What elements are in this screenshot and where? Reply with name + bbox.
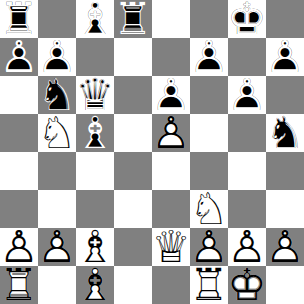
- square-e1[interactable]: [152, 266, 190, 304]
- white-knight-outline-icon: ♘: [190, 190, 228, 228]
- white-pawn-icon: ♟: [0, 228, 38, 266]
- piece-white-knight[interactable]: ♞♘: [38, 114, 76, 152]
- piece-black-pawn[interactable]: ♟♙: [38, 38, 76, 76]
- black-knight-outline-icon: ♘: [266, 114, 304, 152]
- white-rook-icon: ♜: [0, 266, 38, 304]
- black-pawn-icon: ♟: [266, 38, 304, 76]
- black-pawn-icon: ♟: [38, 38, 76, 76]
- square-e5[interactable]: ♟♙: [152, 114, 190, 152]
- square-d3[interactable]: [114, 190, 152, 228]
- white-pawn-icon: ♟: [228, 228, 266, 266]
- square-f7[interactable]: ♟♙: [190, 38, 228, 76]
- white-rook-outline-icon: ♖: [190, 266, 228, 304]
- black-queen-outline-icon: ♕: [76, 76, 114, 114]
- piece-black-bishop[interactable]: ♝♗: [76, 0, 114, 38]
- white-queen-icon: ♛: [152, 228, 190, 266]
- white-knight-outline-icon: ♘: [38, 114, 76, 152]
- square-a1[interactable]: ♜♖: [0, 266, 38, 304]
- square-c1[interactable]: ♝♗: [76, 266, 114, 304]
- black-bishop-icon: ♝: [76, 114, 114, 152]
- piece-black-rook[interactable]: ♜♖: [0, 0, 38, 38]
- piece-black-pawn[interactable]: ♟♙: [228, 76, 266, 114]
- black-knight-outline-icon: ♘: [38, 76, 76, 114]
- piece-white-pawn[interactable]: ♟♙: [190, 228, 228, 266]
- square-e6[interactable]: ♟♙: [152, 76, 190, 114]
- piece-black-queen[interactable]: ♛♕: [76, 76, 114, 114]
- chess-board: ♜♖♝♗♜♖♚♔♟♙♟♙♟♙♟♙♞♘♛♕♟♙♟♙♞♘♝♗♟♙♞♘♞♘♟♙♟♙♝♗…: [0, 0, 304, 304]
- black-rook-icon: ♜: [114, 0, 152, 38]
- piece-white-queen[interactable]: ♛♕: [152, 228, 190, 266]
- square-d2[interactable]: [114, 228, 152, 266]
- piece-black-pawn[interactable]: ♟♙: [266, 38, 304, 76]
- square-g5[interactable]: [228, 114, 266, 152]
- square-d4[interactable]: [114, 152, 152, 190]
- piece-black-knight[interactable]: ♞♘: [266, 114, 304, 152]
- black-knight-icon: ♞: [266, 114, 304, 152]
- white-pawn-outline-icon: ♙: [266, 228, 304, 266]
- square-c4[interactable]: [76, 152, 114, 190]
- black-bishop-outline-icon: ♗: [76, 114, 114, 152]
- square-g4[interactable]: [228, 152, 266, 190]
- square-h5[interactable]: ♞♘: [266, 114, 304, 152]
- square-a6[interactable]: [0, 76, 38, 114]
- square-a7[interactable]: ♟♙: [0, 38, 38, 76]
- white-knight-icon: ♞: [190, 190, 228, 228]
- black-bishop-outline-icon: ♗: [76, 0, 114, 38]
- black-pawn-icon: ♟: [0, 38, 38, 76]
- square-b5[interactable]: ♞♘: [38, 114, 76, 152]
- square-b7[interactable]: ♟♙: [38, 38, 76, 76]
- square-c5[interactable]: ♝♗: [76, 114, 114, 152]
- black-pawn-icon: ♟: [190, 38, 228, 76]
- square-h3[interactable]: [266, 190, 304, 228]
- black-rook-icon: ♜: [0, 0, 38, 38]
- black-pawn-icon: ♟: [152, 76, 190, 114]
- black-pawn-outline-icon: ♙: [0, 38, 38, 76]
- square-a5[interactable]: [0, 114, 38, 152]
- square-g3[interactable]: [228, 190, 266, 228]
- white-bishop-icon: ♝: [76, 228, 114, 266]
- square-e4[interactable]: [152, 152, 190, 190]
- square-h4[interactable]: [266, 152, 304, 190]
- square-d8[interactable]: ♜♖: [114, 0, 152, 38]
- piece-white-rook[interactable]: ♜♖: [190, 266, 228, 304]
- white-pawn-icon: ♟: [266, 228, 304, 266]
- white-queen-outline-icon: ♕: [152, 228, 190, 266]
- square-e2[interactable]: ♛♕: [152, 228, 190, 266]
- white-pawn-outline-icon: ♙: [152, 114, 190, 152]
- black-pawn-outline-icon: ♙: [190, 38, 228, 76]
- square-b3[interactable]: [38, 190, 76, 228]
- square-h1[interactable]: [266, 266, 304, 304]
- piece-white-bishop[interactable]: ♝♗: [76, 266, 114, 304]
- square-b8[interactable]: [38, 0, 76, 38]
- black-knight-icon: ♞: [38, 76, 76, 114]
- square-d1[interactable]: [114, 266, 152, 304]
- piece-black-rook[interactable]: ♜♖: [114, 0, 152, 38]
- black-rook-outline-icon: ♖: [0, 0, 38, 38]
- white-pawn-outline-icon: ♙: [0, 228, 38, 266]
- white-bishop-outline-icon: ♗: [76, 228, 114, 266]
- piece-black-bishop[interactable]: ♝♗: [76, 114, 114, 152]
- square-g2[interactable]: ♟♙: [228, 228, 266, 266]
- square-b6[interactable]: ♞♘: [38, 76, 76, 114]
- black-pawn-outline-icon: ♙: [228, 76, 266, 114]
- piece-white-pawn[interactable]: ♟♙: [38, 228, 76, 266]
- black-queen-icon: ♛: [76, 76, 114, 114]
- square-f8[interactable]: [190, 0, 228, 38]
- square-a2[interactable]: ♟♙: [0, 228, 38, 266]
- square-g8[interactable]: ♚♔: [228, 0, 266, 38]
- piece-white-pawn[interactable]: ♟♙: [266, 228, 304, 266]
- piece-black-knight[interactable]: ♞♘: [38, 76, 76, 114]
- black-king-icon: ♚: [228, 0, 266, 38]
- square-b4[interactable]: [38, 152, 76, 190]
- white-bishop-icon: ♝: [76, 266, 114, 304]
- square-f5[interactable]: [190, 114, 228, 152]
- square-e3[interactable]: [152, 190, 190, 228]
- square-d7[interactable]: [114, 38, 152, 76]
- white-pawn-icon: ♟: [152, 114, 190, 152]
- square-c6[interactable]: ♛♕: [76, 76, 114, 114]
- white-pawn-icon: ♟: [190, 228, 228, 266]
- piece-white-knight[interactable]: ♞♘: [190, 190, 228, 228]
- piece-black-pawn[interactable]: ♟♙: [152, 76, 190, 114]
- black-pawn-outline-icon: ♙: [152, 76, 190, 114]
- piece-white-rook[interactable]: ♜♖: [0, 266, 38, 304]
- square-e7[interactable]: [152, 38, 190, 76]
- square-g1[interactable]: ♚♔: [228, 266, 266, 304]
- white-pawn-outline-icon: ♙: [38, 228, 76, 266]
- square-h7[interactable]: ♟♙: [266, 38, 304, 76]
- square-f6[interactable]: [190, 76, 228, 114]
- square-h8[interactable]: [266, 0, 304, 38]
- piece-white-king[interactable]: ♚♔: [228, 266, 266, 304]
- white-king-outline-icon: ♔: [228, 266, 266, 304]
- white-knight-icon: ♞: [38, 114, 76, 152]
- square-h2[interactable]: ♟♙: [266, 228, 304, 266]
- square-e8[interactable]: [152, 0, 190, 38]
- black-pawn-icon: ♟: [228, 76, 266, 114]
- square-g7[interactable]: [228, 38, 266, 76]
- square-d6[interactable]: [114, 76, 152, 114]
- square-a4[interactable]: [0, 152, 38, 190]
- square-g6[interactable]: ♟♙: [228, 76, 266, 114]
- piece-black-king[interactable]: ♚♔: [228, 0, 266, 38]
- square-b1[interactable]: [38, 266, 76, 304]
- square-f4[interactable]: [190, 152, 228, 190]
- square-c3[interactable]: [76, 190, 114, 228]
- black-king-outline-icon: ♔: [228, 0, 266, 38]
- white-pawn-outline-icon: ♙: [190, 228, 228, 266]
- square-f1[interactable]: ♜♖: [190, 266, 228, 304]
- piece-black-pawn[interactable]: ♟♙: [0, 38, 38, 76]
- square-f2[interactable]: ♟♙: [190, 228, 228, 266]
- square-d5[interactable]: [114, 114, 152, 152]
- black-bishop-icon: ♝: [76, 0, 114, 38]
- white-rook-outline-icon: ♖: [0, 266, 38, 304]
- piece-black-pawn[interactable]: ♟♙: [190, 38, 228, 76]
- square-a8[interactable]: ♜♖: [0, 0, 38, 38]
- square-c8[interactable]: ♝♗: [76, 0, 114, 38]
- white-pawn-icon: ♟: [38, 228, 76, 266]
- white-rook-icon: ♜: [190, 266, 228, 304]
- square-h6[interactable]: [266, 76, 304, 114]
- black-pawn-outline-icon: ♙: [38, 38, 76, 76]
- white-king-icon: ♚: [228, 266, 266, 304]
- white-bishop-outline-icon: ♗: [76, 266, 114, 304]
- black-pawn-outline-icon: ♙: [266, 38, 304, 76]
- piece-white-pawn[interactable]: ♟♙: [228, 228, 266, 266]
- square-c7[interactable]: [76, 38, 114, 76]
- square-c2[interactable]: ♝♗: [76, 228, 114, 266]
- square-f3[interactable]: ♞♘: [190, 190, 228, 228]
- piece-white-bishop[interactable]: ♝♗: [76, 228, 114, 266]
- square-b2[interactable]: ♟♙: [38, 228, 76, 266]
- piece-white-pawn[interactable]: ♟♙: [0, 228, 38, 266]
- square-a3[interactable]: [0, 190, 38, 228]
- piece-white-pawn[interactable]: ♟♙: [152, 114, 190, 152]
- white-pawn-outline-icon: ♙: [228, 228, 266, 266]
- black-rook-outline-icon: ♖: [114, 0, 152, 38]
